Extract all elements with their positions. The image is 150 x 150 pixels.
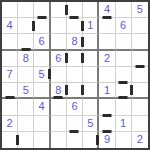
cell-r7c7[interactable] [99,99,115,115]
cell-r3c9[interactable] [132,34,148,50]
cell-r7c9[interactable] [132,99,148,115]
cell-r2c7[interactable] [99,18,115,34]
given-digit: 5 [38,69,44,80]
cell-r9c4[interactable] [51,132,67,148]
cell-r1c4[interactable] [51,2,67,18]
cell-r1c8[interactable] [116,2,132,18]
given-digit: 6 [38,36,44,47]
cell-r4c7[interactable]: 2 [99,51,115,67]
cell-r3c1[interactable] [2,34,18,50]
given-digit: 8 [55,85,61,96]
cell-r9c9[interactable]: 2 [132,132,148,148]
sudoku-board: 4541668862755814625192 [0,0,150,150]
cell-r4c3[interactable] [34,51,50,67]
given-digit: 4 [104,4,110,15]
cell-r1c2[interactable] [18,2,34,18]
cell-r6c1[interactable] [2,83,18,99]
cell-r9c3[interactable] [34,132,50,148]
cell-r2c1[interactable]: 4 [2,18,18,34]
given-digit: 6 [120,20,126,31]
cell-r6c8[interactable] [116,83,132,99]
cell-r8c6[interactable]: 5 [83,116,99,132]
cell-r4c9[interactable] [132,51,148,67]
given-digit: 5 [87,118,93,129]
cell-r4c1[interactable] [2,51,18,67]
cell-r8c4[interactable] [51,116,67,132]
cell-r7c8[interactable] [116,99,132,115]
cell-r7c1[interactable] [2,99,18,115]
cell-r6c6[interactable] [83,83,99,99]
cell-r1c1[interactable] [2,2,18,18]
cell-r7c6[interactable] [83,99,99,115]
cell-r6c3[interactable] [34,83,50,99]
cell-r8c9[interactable] [132,116,148,132]
cell-r3c4[interactable] [51,34,67,50]
given-digit: 8 [71,36,77,47]
cell-r4c8[interactable] [116,51,132,67]
cell-r9c1[interactable] [2,132,18,148]
cell-r7c3[interactable]: 4 [34,99,50,115]
cell-r8c2[interactable] [18,116,34,132]
cell-r6c5[interactable] [67,83,83,99]
cell-r3c7[interactable] [99,34,115,50]
given-digit: 4 [38,101,44,112]
cell-r2c8[interactable]: 6 [116,18,132,34]
cell-r4c4[interactable]: 6 [51,51,67,67]
cell-r5c4[interactable] [51,67,67,83]
given-digit: 2 [104,53,110,64]
given-digit: 7 [7,69,13,80]
cell-r8c8[interactable]: 1 [116,116,132,132]
cell-r1c6[interactable] [83,2,99,18]
cell-r1c5[interactable] [67,2,83,18]
cell-r4c6[interactable] [83,51,99,67]
cell-r6c9[interactable] [132,83,148,99]
cell-r2c4[interactable] [51,18,67,34]
cell-r7c5[interactable]: 6 [67,99,83,115]
cell-r2c9[interactable] [132,18,148,34]
cell-r6c7[interactable]: 1 [99,83,115,99]
given-digit: 5 [23,85,29,96]
cell-r7c2[interactable] [18,99,34,115]
cell-r7c4[interactable] [51,99,67,115]
cell-r3c2[interactable] [18,34,34,50]
given-digit: 4 [7,20,13,31]
cell-r2c6[interactable]: 1 [83,18,99,34]
cell-r3c6[interactable] [83,34,99,50]
cell-r5c3[interactable]: 5 [34,67,50,83]
cell-r2c3[interactable] [34,18,50,34]
given-digit: 5 [137,4,143,15]
cell-r5c2[interactable] [18,67,34,83]
cell-r8c5[interactable] [67,116,83,132]
cell-r8c1[interactable]: 2 [2,116,18,132]
cell-r3c5[interactable]: 8 [67,34,83,50]
cell-r4c5[interactable] [67,51,83,67]
cell-r3c3[interactable]: 6 [34,34,50,50]
cell-r9c8[interactable] [116,132,132,148]
cell-r2c5[interactable] [67,18,83,34]
cell-r5c1[interactable]: 7 [2,67,18,83]
given-digit: 9 [104,134,110,145]
given-digit: 1 [104,85,110,96]
cell-r5c5[interactable] [67,67,83,83]
given-digit: 2 [137,134,143,145]
given-digit: 1 [87,20,93,31]
cell-r6c2[interactable]: 5 [18,83,34,99]
cell-r3c8[interactable] [116,34,132,50]
cell-r8c3[interactable] [34,116,50,132]
cell-r9c6[interactable] [83,132,99,148]
cell-r6c4[interactable]: 8 [51,83,67,99]
cell-r9c2[interactable] [18,132,34,148]
cell-r9c5[interactable] [67,132,83,148]
cell-r4c2[interactable]: 8 [18,51,34,67]
given-digit: 6 [55,53,61,64]
cell-r8c7[interactable] [99,116,115,132]
cell-r5c9[interactable] [132,67,148,83]
cell-r5c8[interactable] [116,67,132,83]
cell-r5c6[interactable] [83,67,99,83]
cell-r9c7[interactable]: 9 [99,132,115,148]
given-digit: 1 [120,118,126,129]
cell-r1c3[interactable] [34,2,50,18]
given-digit: 8 [23,53,29,64]
cell-r5c7[interactable] [99,67,115,83]
cell-r1c7[interactable]: 4 [99,2,115,18]
cell-r1c9[interactable]: 5 [132,2,148,18]
given-digit: 6 [71,101,77,112]
cell-r2c2[interactable] [18,18,34,34]
given-digit: 2 [7,118,13,129]
